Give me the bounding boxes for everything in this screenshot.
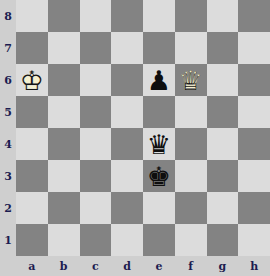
rank-label-7: 7 [0,32,16,64]
square-a6[interactable]: ♚ [16,64,48,96]
square-a8[interactable] [16,0,48,32]
white-queen-f6: ♛ [179,67,203,94]
square-e7[interactable] [143,32,175,64]
square-a1[interactable] [16,224,48,256]
square-c1[interactable] [80,224,112,256]
square-b8[interactable] [48,0,80,32]
square-f7[interactable] [175,32,207,64]
square-g6[interactable] [207,64,239,96]
chess-board: ♚♟♛♛♚ [16,0,270,256]
square-b3[interactable] [48,160,80,192]
square-e8[interactable] [143,0,175,32]
square-h3[interactable] [238,160,270,192]
square-h6[interactable] [238,64,270,96]
rank-label-8: 8 [0,0,16,32]
square-d5[interactable] [111,96,143,128]
square-f1[interactable] [175,224,207,256]
black-pawn-e6: ♟ [147,67,171,94]
square-g1[interactable] [207,224,239,256]
square-e2[interactable] [143,192,175,224]
square-c2[interactable] [80,192,112,224]
square-e1[interactable] [143,224,175,256]
file-labels: abcdefgh [16,256,270,276]
square-h5[interactable] [238,96,270,128]
square-a4[interactable] [16,128,48,160]
black-queen-e4: ♛ [147,131,171,158]
rank-label-1: 1 [0,224,16,256]
square-a3[interactable] [16,160,48,192]
file-label-e: e [143,256,175,276]
square-f8[interactable] [175,0,207,32]
square-g8[interactable] [207,0,239,32]
square-c6[interactable] [80,64,112,96]
square-d1[interactable] [111,224,143,256]
square-g5[interactable] [207,96,239,128]
rank-labels: 87654321 [0,0,16,256]
square-f4[interactable] [175,128,207,160]
white-king-a6: ♚ [20,67,44,94]
rank-label-4: 4 [0,128,16,160]
square-g4[interactable] [207,128,239,160]
file-label-b: b [48,256,80,276]
square-g7[interactable] [207,32,239,64]
square-d3[interactable] [111,160,143,192]
square-b6[interactable] [48,64,80,96]
square-h7[interactable] [238,32,270,64]
rank-label-2: 2 [0,192,16,224]
square-d2[interactable] [111,192,143,224]
square-c3[interactable] [80,160,112,192]
square-a7[interactable] [16,32,48,64]
square-h2[interactable] [238,192,270,224]
square-e6[interactable]: ♟ [143,64,175,96]
square-b2[interactable] [48,192,80,224]
square-f3[interactable] [175,160,207,192]
chess-diagram: 87654321 ♚♟♛♛♚ abcdefgh [0,0,270,276]
square-b1[interactable] [48,224,80,256]
square-b5[interactable] [48,96,80,128]
rank-label-5: 5 [0,96,16,128]
square-c8[interactable] [80,0,112,32]
file-label-h: h [238,256,270,276]
square-b7[interactable] [48,32,80,64]
square-g2[interactable] [207,192,239,224]
square-e3[interactable]: ♚ [143,160,175,192]
square-d7[interactable] [111,32,143,64]
file-label-f: f [175,256,207,276]
rank-label-3: 3 [0,160,16,192]
square-c7[interactable] [80,32,112,64]
file-label-d: d [111,256,143,276]
file-label-g: g [207,256,239,276]
square-a2[interactable] [16,192,48,224]
square-e4[interactable]: ♛ [143,128,175,160]
square-h4[interactable] [238,128,270,160]
square-f6[interactable]: ♛ [175,64,207,96]
square-c5[interactable] [80,96,112,128]
rank-label-6: 6 [0,64,16,96]
square-f5[interactable] [175,96,207,128]
square-d6[interactable] [111,64,143,96]
file-label-c: c [80,256,112,276]
square-h1[interactable] [238,224,270,256]
square-d8[interactable] [111,0,143,32]
square-a5[interactable] [16,96,48,128]
square-e5[interactable] [143,96,175,128]
square-f2[interactable] [175,192,207,224]
square-g3[interactable] [207,160,239,192]
black-king-e3: ♚ [147,163,171,190]
file-label-a: a [16,256,48,276]
square-c4[interactable] [80,128,112,160]
square-d4[interactable] [111,128,143,160]
square-h8[interactable] [238,0,270,32]
square-b4[interactable] [48,128,80,160]
